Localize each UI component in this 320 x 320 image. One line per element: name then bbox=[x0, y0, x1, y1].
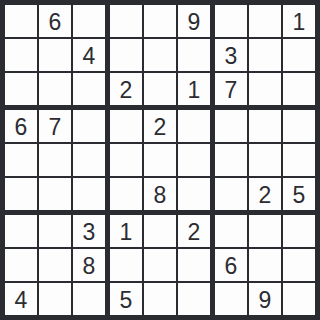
sudoku-cell-r7c8[interactable] bbox=[249, 215, 281, 247]
cell-value: 1 bbox=[293, 10, 306, 33]
cell-value: 3 bbox=[83, 220, 96, 243]
sudoku-cell-r1c5[interactable] bbox=[144, 5, 176, 37]
cell-value: 6 bbox=[15, 115, 28, 138]
sudoku-cell-r8c6[interactable] bbox=[178, 249, 210, 281]
sudoku-cell-r8c5[interactable] bbox=[144, 249, 176, 281]
sudoku-cell-r7c1[interactable] bbox=[5, 215, 37, 247]
sudoku-cell-r4c2[interactable]: 7 bbox=[39, 110, 71, 142]
sudoku-cell-r9c5[interactable] bbox=[144, 283, 176, 315]
sudoku-cell-r9c6[interactable] bbox=[178, 283, 210, 315]
sudoku-cell-r7c6[interactable]: 2 bbox=[178, 215, 210, 247]
sudoku-cell-r6c3[interactable] bbox=[73, 178, 105, 210]
sudoku-cell-r4c4[interactable] bbox=[110, 110, 142, 142]
sudoku-cell-r3c5[interactable] bbox=[144, 73, 176, 105]
sudoku-cell-r8c9[interactable] bbox=[283, 249, 315, 281]
sudoku-cell-r7c4[interactable]: 1 bbox=[110, 215, 142, 247]
sudoku-cell-r9c4[interactable]: 5 bbox=[110, 283, 142, 315]
sudoku-cell-r6c2[interactable] bbox=[39, 178, 71, 210]
sudoku-cell-r3c8[interactable] bbox=[249, 73, 281, 105]
sudoku-cell-r9c2[interactable] bbox=[39, 283, 71, 315]
sudoku-cell-r8c8[interactable] bbox=[249, 249, 281, 281]
sudoku-cell-r5c2[interactable] bbox=[39, 144, 71, 176]
sudoku-cell-r5c7[interactable] bbox=[215, 144, 247, 176]
sudoku-cell-r4c1[interactable]: 6 bbox=[5, 110, 37, 142]
sudoku-cell-r9c7[interactable] bbox=[215, 283, 247, 315]
sudoku-cell-r7c3[interactable]: 3 bbox=[73, 215, 105, 247]
cell-value: 5 bbox=[293, 183, 306, 206]
sudoku-cell-r4c6[interactable] bbox=[178, 110, 210, 142]
cell-value: 8 bbox=[83, 254, 96, 277]
sudoku-cell-r6c1[interactable] bbox=[5, 178, 37, 210]
sudoku-cell-r2c3[interactable]: 4 bbox=[73, 39, 105, 71]
sudoku-cell-r6c5[interactable]: 8 bbox=[144, 178, 176, 210]
sudoku-cell-r8c7[interactable]: 6 bbox=[215, 249, 247, 281]
sudoku-cell-r3c6[interactable]: 1 bbox=[178, 73, 210, 105]
cell-value: 9 bbox=[259, 288, 272, 311]
sudoku-cell-r1c3[interactable] bbox=[73, 5, 105, 37]
sudoku-cell-r2c4[interactable] bbox=[110, 39, 142, 71]
sudoku-cell-r5c8[interactable] bbox=[249, 144, 281, 176]
sudoku-cell-r8c3[interactable]: 8 bbox=[73, 249, 105, 281]
sudoku-cell-r6c6[interactable] bbox=[178, 178, 210, 210]
cell-value: 6 bbox=[49, 10, 62, 33]
sudoku-cell-r8c2[interactable] bbox=[39, 249, 71, 281]
sudoku-cell-r1c2[interactable]: 6 bbox=[39, 5, 71, 37]
cell-value: 4 bbox=[83, 44, 96, 67]
sudoku-cell-r3c9[interactable] bbox=[283, 73, 315, 105]
cell-value: 4 bbox=[15, 288, 28, 311]
sudoku-cell-r2c6[interactable] bbox=[178, 39, 210, 71]
sudoku-cell-r7c9[interactable] bbox=[283, 215, 315, 247]
sudoku-cell-r3c1[interactable] bbox=[5, 73, 37, 105]
sudoku-cell-r4c7[interactable] bbox=[215, 110, 247, 142]
sudoku-cell-r5c6[interactable] bbox=[178, 144, 210, 176]
sudoku-cell-r6c9[interactable]: 5 bbox=[283, 178, 315, 210]
sudoku-cell-r6c4[interactable] bbox=[110, 178, 142, 210]
sudoku-cell-r4c9[interactable] bbox=[283, 110, 315, 142]
sudoku-cell-r9c9[interactable] bbox=[283, 283, 315, 315]
sudoku-cell-r1c9[interactable]: 1 bbox=[283, 5, 315, 37]
sudoku-cell-r1c1[interactable] bbox=[5, 5, 37, 37]
sudoku-cell-r5c4[interactable] bbox=[110, 144, 142, 176]
cell-value: 2 bbox=[188, 220, 201, 243]
cell-value: 1 bbox=[120, 220, 133, 243]
cell-value: 7 bbox=[49, 115, 62, 138]
sudoku-cell-r8c1[interactable] bbox=[5, 249, 37, 281]
cell-value: 9 bbox=[188, 10, 201, 33]
sudoku-cell-r9c8[interactable]: 9 bbox=[249, 283, 281, 315]
sudoku-cell-r7c2[interactable] bbox=[39, 215, 71, 247]
sudoku-cell-r4c3[interactable] bbox=[73, 110, 105, 142]
sudoku-cell-r7c7[interactable] bbox=[215, 215, 247, 247]
sudoku-cell-r2c5[interactable] bbox=[144, 39, 176, 71]
sudoku-cell-r3c3[interactable] bbox=[73, 73, 105, 105]
cell-value: 2 bbox=[154, 115, 167, 138]
cell-value: 2 bbox=[259, 183, 272, 206]
sudoku-cell-r9c1[interactable]: 4 bbox=[5, 283, 37, 315]
sudoku-cell-r4c5[interactable]: 2 bbox=[144, 110, 176, 142]
sudoku-cell-r4c8[interactable] bbox=[249, 110, 281, 142]
sudoku-cell-r2c2[interactable] bbox=[39, 39, 71, 71]
sudoku-cell-r5c9[interactable] bbox=[283, 144, 315, 176]
cell-value: 3 bbox=[225, 44, 238, 67]
sudoku-board: 6914321767282531286459 bbox=[0, 0, 320, 320]
sudoku-cell-r8c4[interactable] bbox=[110, 249, 142, 281]
sudoku-cell-r6c8[interactable]: 2 bbox=[249, 178, 281, 210]
sudoku-cell-r5c1[interactable] bbox=[5, 144, 37, 176]
sudoku-cell-r7c5[interactable] bbox=[144, 215, 176, 247]
cell-value: 5 bbox=[120, 288, 133, 311]
sudoku-cell-r2c8[interactable] bbox=[249, 39, 281, 71]
cell-value: 7 bbox=[225, 78, 238, 101]
cell-value: 8 bbox=[154, 183, 167, 206]
sudoku-cell-r5c5[interactable] bbox=[144, 144, 176, 176]
sudoku-cell-r6c7[interactable] bbox=[215, 178, 247, 210]
sudoku-cell-r1c7[interactable] bbox=[215, 5, 247, 37]
sudoku-cell-r2c7[interactable]: 3 bbox=[215, 39, 247, 71]
sudoku-cell-r3c7[interactable]: 7 bbox=[215, 73, 247, 105]
sudoku-cell-r5c3[interactable] bbox=[73, 144, 105, 176]
cell-value: 6 bbox=[225, 254, 238, 277]
sudoku-cell-r1c8[interactable] bbox=[249, 5, 281, 37]
sudoku-cell-r1c4[interactable] bbox=[110, 5, 142, 37]
sudoku-cell-r2c9[interactable] bbox=[283, 39, 315, 71]
sudoku-puzzle: 6914321767282531286459 bbox=[0, 0, 320, 320]
sudoku-cell-r3c2[interactable] bbox=[39, 73, 71, 105]
sudoku-cell-r3c4[interactable]: 2 bbox=[110, 73, 142, 105]
sudoku-cell-r1c6[interactable]: 9 bbox=[178, 5, 210, 37]
sudoku-cell-r2c1[interactable] bbox=[5, 39, 37, 71]
cell-value: 2 bbox=[120, 78, 133, 101]
cell-value: 1 bbox=[188, 78, 201, 101]
sudoku-cell-r9c3[interactable] bbox=[73, 283, 105, 315]
